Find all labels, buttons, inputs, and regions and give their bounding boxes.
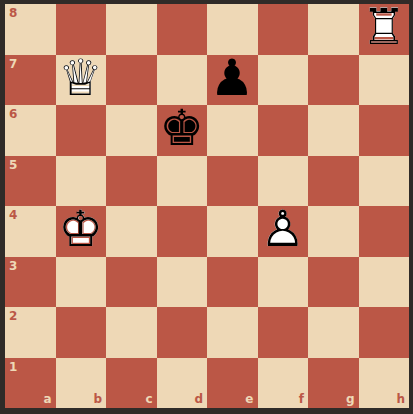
square-a1[interactable]: 1a bbox=[5, 358, 56, 409]
square-h3[interactable] bbox=[359, 257, 410, 308]
square-f8[interactable] bbox=[258, 4, 309, 55]
square-d5[interactable] bbox=[157, 156, 208, 207]
square-g8[interactable] bbox=[308, 4, 359, 55]
square-h5[interactable] bbox=[359, 156, 410, 207]
square-h4[interactable] bbox=[359, 206, 410, 257]
square-c8[interactable] bbox=[106, 4, 157, 55]
file-label-a: a bbox=[43, 393, 51, 405]
square-d2[interactable] bbox=[157, 307, 208, 358]
square-a3[interactable]: 3 bbox=[5, 257, 56, 308]
square-g6[interactable] bbox=[308, 105, 359, 156]
square-g5[interactable] bbox=[308, 156, 359, 207]
square-b3[interactable] bbox=[56, 257, 107, 308]
square-a2[interactable]: 2 bbox=[5, 307, 56, 358]
rank-label-8: 8 bbox=[9, 7, 17, 19]
square-b2[interactable] bbox=[56, 307, 107, 358]
square-f5[interactable] bbox=[258, 156, 309, 207]
white-rook-outline: ♖ bbox=[361, 2, 406, 52]
square-g7[interactable] bbox=[308, 55, 359, 106]
square-e8[interactable] bbox=[207, 4, 258, 55]
square-e3[interactable] bbox=[207, 257, 258, 308]
square-g3[interactable] bbox=[308, 257, 359, 308]
square-b4[interactable]: ♚♔ bbox=[56, 206, 107, 257]
square-c2[interactable] bbox=[106, 307, 157, 358]
file-label-b: b bbox=[93, 393, 102, 405]
square-f6[interactable] bbox=[258, 105, 309, 156]
square-a7[interactable]: 7 bbox=[5, 55, 56, 106]
file-label-h: h bbox=[396, 393, 405, 405]
square-c1[interactable]: c bbox=[106, 358, 157, 409]
file-label-e: e bbox=[245, 393, 253, 405]
square-d1[interactable]: d bbox=[157, 358, 208, 409]
square-d7[interactable] bbox=[157, 55, 208, 106]
rank-label-5: 5 bbox=[9, 159, 17, 171]
white-rook[interactable]: ♜♖ bbox=[359, 4, 410, 55]
square-b5[interactable] bbox=[56, 156, 107, 207]
square-f3[interactable] bbox=[258, 257, 309, 308]
square-e1[interactable]: e bbox=[207, 358, 258, 409]
file-label-g: g bbox=[346, 393, 355, 405]
square-g2[interactable] bbox=[308, 307, 359, 358]
white-queen-outline: ♕ bbox=[58, 53, 103, 103]
square-e7[interactable]: ♟ bbox=[207, 55, 258, 106]
square-e5[interactable] bbox=[207, 156, 258, 207]
square-c3[interactable] bbox=[106, 257, 157, 308]
black-pawn-body: ♟ bbox=[210, 53, 255, 103]
rank-label-3: 3 bbox=[9, 260, 17, 272]
file-label-f: f bbox=[299, 393, 304, 405]
white-pawn[interactable]: ♟♙ bbox=[258, 206, 309, 257]
square-a6[interactable]: 6 bbox=[5, 105, 56, 156]
square-g1[interactable]: g bbox=[308, 358, 359, 409]
square-f4[interactable]: ♟♙ bbox=[258, 206, 309, 257]
square-d4[interactable] bbox=[157, 206, 208, 257]
white-pawn-outline: ♙ bbox=[260, 204, 305, 254]
square-h7[interactable] bbox=[359, 55, 410, 106]
square-h1[interactable]: h bbox=[359, 358, 410, 409]
square-f7[interactable] bbox=[258, 55, 309, 106]
white-queen[interactable]: ♛♕ bbox=[56, 55, 107, 106]
rank-label-7: 7 bbox=[9, 58, 17, 70]
rank-label-1: 1 bbox=[9, 361, 17, 373]
square-d3[interactable] bbox=[157, 257, 208, 308]
square-f2[interactable] bbox=[258, 307, 309, 358]
square-d8[interactable] bbox=[157, 4, 208, 55]
square-a8[interactable]: 8 bbox=[5, 4, 56, 55]
chess-board: 8♜♖7♛♕♟6♚54♚♔♟♙321abcdefgh bbox=[5, 4, 409, 408]
square-a5[interactable]: 5 bbox=[5, 156, 56, 207]
square-b8[interactable] bbox=[56, 4, 107, 55]
square-b7[interactable]: ♛♕ bbox=[56, 55, 107, 106]
square-a4[interactable]: 4 bbox=[5, 206, 56, 257]
square-e2[interactable] bbox=[207, 307, 258, 358]
square-c6[interactable] bbox=[106, 105, 157, 156]
file-label-c: c bbox=[145, 393, 152, 405]
square-h8[interactable]: ♜♖ bbox=[359, 4, 410, 55]
file-label-d: d bbox=[194, 393, 203, 405]
square-d6[interactable]: ♚ bbox=[157, 105, 208, 156]
square-h6[interactable] bbox=[359, 105, 410, 156]
square-f1[interactable]: f bbox=[258, 358, 309, 409]
rank-label-6: 6 bbox=[9, 108, 17, 120]
square-b1[interactable]: b bbox=[56, 358, 107, 409]
white-king-outline: ♔ bbox=[58, 204, 103, 254]
black-king-body: ♚ bbox=[159, 103, 204, 153]
black-king[interactable]: ♚ bbox=[157, 105, 208, 156]
white-king[interactable]: ♚♔ bbox=[56, 206, 107, 257]
rank-label-4: 4 bbox=[9, 209, 17, 221]
square-e4[interactable] bbox=[207, 206, 258, 257]
square-c7[interactable] bbox=[106, 55, 157, 106]
square-b6[interactable] bbox=[56, 105, 107, 156]
square-e6[interactable] bbox=[207, 105, 258, 156]
black-pawn[interactable]: ♟ bbox=[207, 55, 258, 106]
square-c4[interactable] bbox=[106, 206, 157, 257]
square-g4[interactable] bbox=[308, 206, 359, 257]
rank-label-2: 2 bbox=[9, 310, 17, 322]
square-c5[interactable] bbox=[106, 156, 157, 207]
square-h2[interactable] bbox=[359, 307, 410, 358]
